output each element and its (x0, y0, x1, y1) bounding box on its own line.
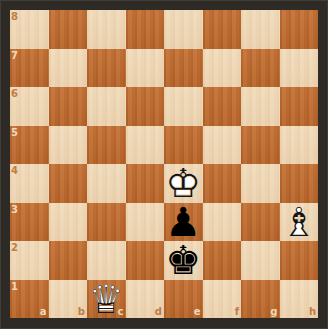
square-d1[interactable]: d (126, 280, 165, 319)
square-b1[interactable]: b (49, 280, 88, 319)
black-pawn-glyph: ♟ (165, 202, 201, 242)
file-label-f: f (235, 307, 239, 317)
square-d8[interactable] (126, 10, 165, 49)
square-b6[interactable] (49, 87, 88, 126)
rank-label-5: 5 (11, 128, 18, 138)
rank-label-8: 8 (11, 12, 18, 22)
square-c1[interactable]: c♛♕ (87, 280, 126, 319)
square-d5[interactable] (126, 126, 165, 165)
square-h2[interactable] (280, 241, 319, 280)
square-e8[interactable] (164, 10, 203, 49)
square-g7[interactable] (241, 49, 280, 88)
rank-label-4: 4 (11, 166, 18, 176)
square-a5[interactable]: 5 (10, 126, 49, 165)
square-g6[interactable] (241, 87, 280, 126)
chess-board: 87654♚♔3♟♝♗2♚1abc♛♕defgh (10, 10, 318, 318)
square-h7[interactable] (280, 49, 319, 88)
square-g1[interactable]: g (241, 280, 280, 319)
square-d7[interactable] (126, 49, 165, 88)
square-e5[interactable] (164, 126, 203, 165)
square-f1[interactable]: f (203, 280, 242, 319)
rank-label-1: 1 (11, 282, 18, 292)
square-h3[interactable]: ♝♗ (280, 203, 319, 242)
square-f7[interactable] (203, 49, 242, 88)
file-label-h: h (309, 307, 316, 317)
square-e1[interactable]: e (164, 280, 203, 319)
rank-label-7: 7 (11, 51, 18, 61)
square-d2[interactable] (126, 241, 165, 280)
square-b5[interactable] (49, 126, 88, 165)
square-a3[interactable]: 3 (10, 203, 49, 242)
square-f2[interactable] (203, 241, 242, 280)
square-b8[interactable] (49, 10, 88, 49)
square-g2[interactable] (241, 241, 280, 280)
square-a4[interactable]: 4 (10, 164, 49, 203)
file-label-a: a (40, 307, 47, 317)
square-a1[interactable]: 1a (10, 280, 49, 319)
square-e4[interactable]: ♚♔ (164, 164, 203, 203)
piece-black-pawn[interactable]: ♟ (164, 203, 203, 242)
chess-board-frame: 87654♚♔3♟♝♗2♚1abc♛♕defgh (0, 0, 328, 329)
black-king-glyph: ♚ (165, 240, 201, 280)
square-a7[interactable]: 7 (10, 49, 49, 88)
square-g8[interactable] (241, 10, 280, 49)
square-d4[interactable] (126, 164, 165, 203)
square-c6[interactable] (87, 87, 126, 126)
square-a2[interactable]: 2 (10, 241, 49, 280)
white-queen-outline-glyph: ♕ (88, 279, 124, 319)
white-bishop-outline-glyph: ♗ (281, 202, 317, 242)
square-b2[interactable] (49, 241, 88, 280)
file-label-b: b (78, 307, 85, 317)
square-c8[interactable] (87, 10, 126, 49)
rank-label-6: 6 (11, 89, 18, 99)
square-f8[interactable] (203, 10, 242, 49)
square-h6[interactable] (280, 87, 319, 126)
square-b4[interactable] (49, 164, 88, 203)
square-h1[interactable]: h (280, 280, 319, 319)
piece-white-queen[interactable]: ♛♕ (87, 280, 126, 319)
piece-white-bishop[interactable]: ♝♗ (280, 203, 319, 242)
square-e2[interactable]: ♚ (164, 241, 203, 280)
square-g4[interactable] (241, 164, 280, 203)
rank-label-2: 2 (11, 243, 18, 253)
square-c7[interactable] (87, 49, 126, 88)
square-e3[interactable]: ♟ (164, 203, 203, 242)
square-h8[interactable] (280, 10, 319, 49)
square-a8[interactable]: 8 (10, 10, 49, 49)
square-g5[interactable] (241, 126, 280, 165)
square-c3[interactable] (87, 203, 126, 242)
square-c4[interactable] (87, 164, 126, 203)
square-c2[interactable] (87, 241, 126, 280)
square-g3[interactable] (241, 203, 280, 242)
square-e6[interactable] (164, 87, 203, 126)
file-label-g: g (270, 307, 277, 317)
square-h4[interactable] (280, 164, 319, 203)
square-d3[interactable] (126, 203, 165, 242)
square-h5[interactable] (280, 126, 319, 165)
white-king-outline-glyph: ♔ (165, 163, 201, 203)
square-f5[interactable] (203, 126, 242, 165)
rank-label-3: 3 (11, 205, 18, 215)
file-label-d: d (155, 307, 162, 317)
square-c5[interactable] (87, 126, 126, 165)
square-f6[interactable] (203, 87, 242, 126)
square-a6[interactable]: 6 (10, 87, 49, 126)
piece-black-king[interactable]: ♚ (164, 241, 203, 280)
file-label-e: e (194, 307, 201, 317)
square-f3[interactable] (203, 203, 242, 242)
piece-white-king[interactable]: ♚♔ (164, 164, 203, 203)
square-d6[interactable] (126, 87, 165, 126)
square-b3[interactable] (49, 203, 88, 242)
square-f4[interactable] (203, 164, 242, 203)
square-e7[interactable] (164, 49, 203, 88)
square-b7[interactable] (49, 49, 88, 88)
